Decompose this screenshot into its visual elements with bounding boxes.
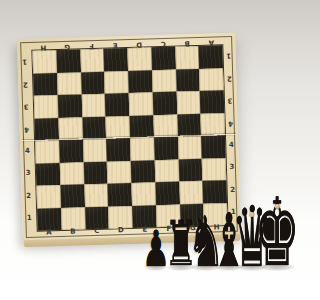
square-a8[interactable] xyxy=(32,50,56,73)
square-g7[interactable] xyxy=(176,68,200,91)
square-a6[interactable] xyxy=(34,95,58,118)
square-e7[interactable] xyxy=(128,70,152,93)
square-c3[interactable] xyxy=(83,161,107,184)
square-e3[interactable] xyxy=(131,160,155,183)
coordinate-label: 4 xyxy=(225,134,238,157)
square-h2[interactable] xyxy=(203,180,227,203)
black-king-icon: ♚ xyxy=(254,199,300,267)
square-b3[interactable] xyxy=(59,162,83,185)
coordinate-label: 3 xyxy=(226,156,239,179)
square-b6[interactable] xyxy=(57,94,81,117)
square-f3[interactable] xyxy=(154,159,178,182)
square-h8[interactable] xyxy=(199,45,223,68)
square-b7[interactable] xyxy=(57,72,81,95)
coordinate-label: 3 xyxy=(22,162,35,185)
square-h1[interactable] xyxy=(203,203,227,226)
square-h7[interactable] xyxy=(199,68,223,91)
coordinate-label: G xyxy=(55,39,79,50)
coordinate-label: 2 xyxy=(223,66,236,89)
square-d1[interactable] xyxy=(108,205,132,228)
coordinate-label: 1 xyxy=(222,44,235,67)
black-bishop-shadow xyxy=(216,263,243,271)
coordinate-label: F xyxy=(157,226,181,237)
square-h4[interactable] xyxy=(201,135,225,158)
coordinate-label: 1 xyxy=(18,50,31,73)
square-a1[interactable] xyxy=(37,208,61,231)
square-f1[interactable] xyxy=(156,204,180,227)
square-g8[interactable] xyxy=(175,46,199,69)
coordinate-label: D xyxy=(109,227,133,238)
coordinate-label: 3 xyxy=(224,89,237,112)
coordinate-label: G xyxy=(181,225,205,236)
coordinate-label: H xyxy=(205,224,229,235)
square-e2[interactable] xyxy=(131,182,155,205)
coordinate-label: 2 xyxy=(22,185,35,208)
square-a3[interactable] xyxy=(36,163,60,186)
square-c7[interactable] xyxy=(81,71,105,94)
coordinate-label: 4 xyxy=(224,111,237,134)
square-e4[interactable] xyxy=(130,137,154,160)
square-g2[interactable] xyxy=(179,181,203,204)
black-king-shadow xyxy=(260,263,295,271)
tray-piece-black-king[interactable]: ♚ xyxy=(235,199,300,267)
square-h6[interactable] xyxy=(200,90,224,113)
coordinate-label: B xyxy=(175,35,199,46)
black-king-finial xyxy=(275,204,280,209)
black-knight-shadow xyxy=(191,263,222,271)
square-d7[interactable] xyxy=(104,70,128,93)
coordinate-label: 1 xyxy=(227,201,240,224)
square-f2[interactable] xyxy=(155,182,179,205)
square-f6[interactable] xyxy=(152,92,176,115)
black-rook-shadow xyxy=(168,263,195,271)
square-e8[interactable] xyxy=(127,47,151,70)
square-b8[interactable] xyxy=(56,49,80,72)
coordinate-label: B xyxy=(61,228,85,239)
square-d2[interactable] xyxy=(108,183,132,206)
square-a7[interactable] xyxy=(33,73,57,96)
coordinate-label: A xyxy=(37,229,61,240)
square-d4[interactable] xyxy=(106,138,130,161)
coordinate-label: C xyxy=(85,228,109,239)
square-g4[interactable] xyxy=(178,136,202,159)
coordinate-label: 4 xyxy=(21,140,34,163)
square-d6[interactable] xyxy=(105,93,129,116)
square-e1[interactable] xyxy=(132,205,156,228)
square-d8[interactable] xyxy=(104,48,128,71)
chessboard: ABCDEFGH ABCDEFGH 12344321 12344321 xyxy=(17,33,241,241)
square-f8[interactable] xyxy=(151,47,175,70)
square-g3[interactable] xyxy=(178,158,202,181)
square-f7[interactable] xyxy=(152,69,176,92)
square-b2[interactable] xyxy=(60,184,84,207)
coordinate-label: E xyxy=(133,226,157,237)
square-h3[interactable] xyxy=(202,158,226,181)
square-f4[interactable] xyxy=(154,137,178,160)
black-queen-finial xyxy=(250,212,255,217)
square-b4[interactable] xyxy=(59,139,83,162)
square-c1[interactable] xyxy=(85,206,109,229)
square-a2[interactable] xyxy=(36,185,60,208)
coordinate-label: E xyxy=(103,38,127,49)
square-e6[interactable] xyxy=(129,92,153,115)
square-a4[interactable] xyxy=(35,140,59,163)
coordinate-label: A xyxy=(199,35,223,46)
square-b1[interactable] xyxy=(61,207,85,230)
black-pawn-shadow xyxy=(145,263,167,271)
square-c2[interactable] xyxy=(84,184,108,207)
square-d3[interactable] xyxy=(107,160,131,183)
coordinate-label: 3 xyxy=(20,95,33,118)
coordinate-label: D xyxy=(127,37,151,48)
coordinate-label: 4 xyxy=(20,117,33,140)
coordinate-label: 2 xyxy=(226,179,239,202)
coordinate-label: H xyxy=(31,40,55,51)
coordinate-label: F xyxy=(79,38,103,49)
black-queen-shadow xyxy=(237,263,268,271)
square-g1[interactable] xyxy=(180,203,204,226)
square-c8[interactable] xyxy=(80,49,104,72)
square-c4[interactable] xyxy=(83,139,107,162)
coordinate-label: 1 xyxy=(23,207,36,230)
coordinate-label: C xyxy=(151,36,175,47)
square-g6[interactable] xyxy=(176,91,200,114)
square-c6[interactable] xyxy=(81,94,105,117)
coordinate-label: 2 xyxy=(19,72,32,95)
